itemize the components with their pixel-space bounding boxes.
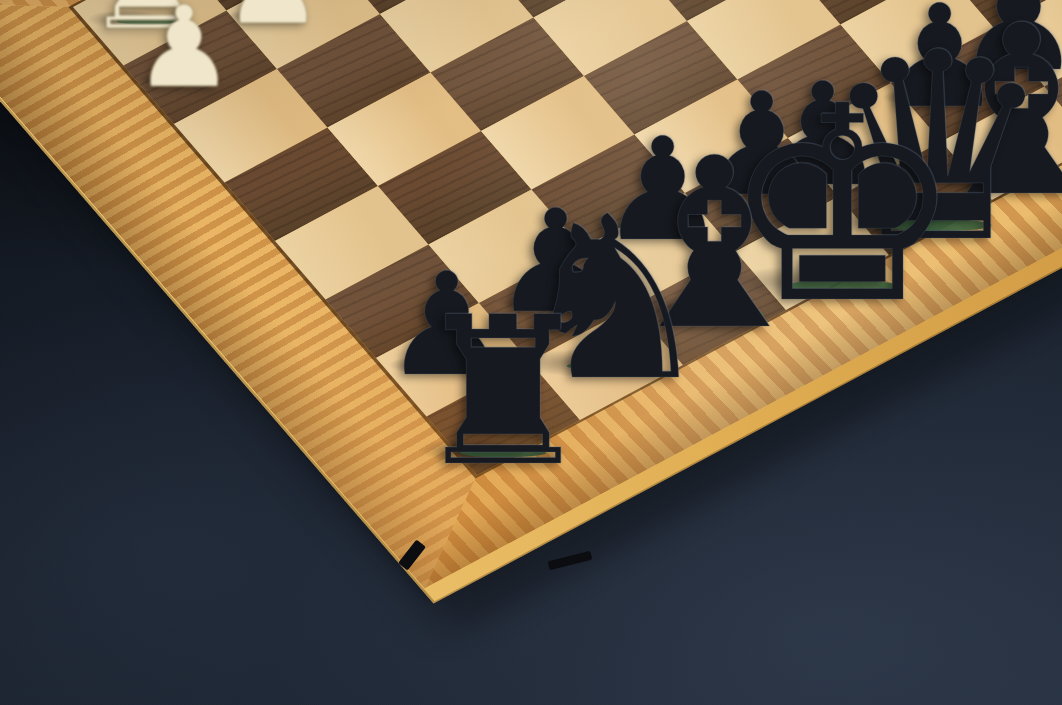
piece-white-pawn-h2: ♟	[134, 0, 235, 104]
pieces-layer: ♟♟♜♟♟♟♟♝♟♛♟♚♟♝♞♟♜	[0, 0, 1062, 705]
piece-white-pawn-f2: ♟	[311, 0, 412, 6]
chessboard-photo: ♟♟♜♟♟♟♟♝♟♛♟♚♟♝♞♟♜	[0, 0, 1062, 705]
piece-white-pawn-g2: ♟	[223, 0, 324, 41]
piece-black-rook-h8: ♜	[411, 290, 595, 495]
